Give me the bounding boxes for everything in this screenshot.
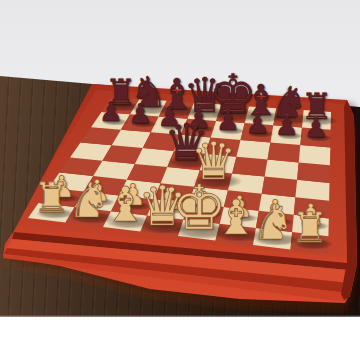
square-e5 bbox=[200, 154, 237, 174]
square-f4 bbox=[228, 173, 265, 193]
square-h8 bbox=[302, 110, 331, 130]
square-e6 bbox=[205, 137, 240, 156]
square-e8 bbox=[216, 105, 249, 124]
square-h5 bbox=[297, 162, 330, 183]
square-h4 bbox=[295, 180, 329, 201]
square-f8 bbox=[245, 106, 277, 125]
square-g5 bbox=[265, 160, 299, 180]
square-g8 bbox=[273, 108, 303, 127]
chess-set-photo: ♜♞♝♛♚♝♞♜♟♟♟♟♟♟♟♟♛♛♟♟♟♟♜♟♞♟♝♟♟♛♚♝♞♜ bbox=[0, 0, 360, 360]
chess-board bbox=[0, 0, 360, 360]
square-f5 bbox=[232, 157, 267, 177]
square-g4 bbox=[262, 177, 297, 198]
square-f6 bbox=[236, 140, 270, 160]
square-f7 bbox=[241, 123, 274, 142]
square-g7 bbox=[270, 125, 302, 145]
square-h7 bbox=[300, 128, 330, 148]
square-e7 bbox=[211, 121, 245, 140]
square-h6 bbox=[299, 145, 331, 165]
square-e4 bbox=[194, 170, 232, 190]
square-d5 bbox=[167, 151, 205, 170]
square-d4 bbox=[161, 167, 200, 187]
square-g6 bbox=[268, 142, 301, 162]
